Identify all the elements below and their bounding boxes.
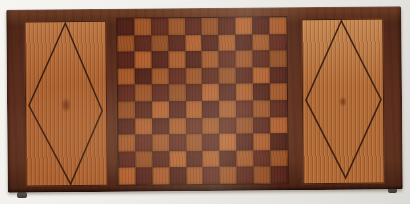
board-square[interactable] [118, 118, 135, 135]
board-square[interactable] [219, 84, 236, 101]
board-square[interactable] [203, 151, 220, 168]
board-square[interactable] [254, 150, 271, 167]
board-square[interactable] [135, 118, 152, 135]
board-square[interactable] [236, 117, 253, 134]
board-square[interactable] [202, 34, 219, 51]
board-square[interactable] [236, 18, 253, 35]
board-square[interactable] [253, 117, 270, 134]
games-board [6, 6, 403, 192]
board-square[interactable] [219, 18, 236, 35]
board-square[interactable] [270, 117, 287, 134]
board-square[interactable] [168, 68, 185, 85]
board-square[interactable] [236, 51, 253, 68]
board-square[interactable] [220, 167, 237, 184]
board-square[interactable] [185, 51, 202, 68]
board-square[interactable] [236, 101, 253, 118]
board-square[interactable] [118, 85, 135, 102]
board-square[interactable] [135, 68, 152, 85]
board-square[interactable] [271, 150, 288, 167]
board-square[interactable] [237, 167, 254, 184]
board-square[interactable] [185, 84, 202, 101]
board-square[interactable] [135, 168, 152, 185]
board-square[interactable] [219, 68, 236, 85]
board-square[interactable] [186, 101, 203, 118]
board-square[interactable] [253, 67, 270, 84]
board-square[interactable] [152, 101, 169, 118]
board-square[interactable] [253, 84, 270, 101]
board-square[interactable] [169, 85, 186, 102]
board-square[interactable] [185, 68, 202, 85]
board-square[interactable] [202, 18, 219, 35]
board-foot-left [17, 192, 27, 198]
board-square[interactable] [270, 34, 287, 51]
board-square[interactable] [185, 35, 202, 52]
right-lozenge-panel [301, 18, 384, 184]
checkerboard [116, 16, 288, 185]
board-square[interactable] [270, 50, 287, 67]
board-square[interactable] [270, 133, 287, 150]
board-square[interactable] [253, 51, 270, 68]
board-square[interactable] [169, 134, 186, 151]
board-square[interactable] [253, 134, 270, 151]
board-square[interactable] [237, 134, 254, 151]
board-square[interactable] [219, 34, 236, 51]
left-lozenge-panel [24, 21, 107, 187]
board-square[interactable] [270, 100, 287, 117]
board-square[interactable] [117, 35, 134, 52]
board-square[interactable] [152, 168, 169, 185]
board-square[interactable] [203, 134, 220, 151]
board-square[interactable] [203, 117, 220, 134]
board-square[interactable] [134, 18, 151, 35]
board-square[interactable] [118, 68, 135, 85]
photo-background [0, 0, 410, 204]
board-square[interactable] [202, 68, 219, 85]
board-square[interactable] [134, 35, 151, 52]
board-square[interactable] [152, 151, 169, 168]
board-square[interactable] [151, 18, 168, 35]
board-square[interactable] [220, 134, 237, 151]
board-square[interactable] [202, 101, 219, 118]
board-square[interactable] [117, 19, 134, 36]
board-square[interactable] [252, 17, 269, 34]
board-square[interactable] [168, 35, 185, 52]
board-square[interactable] [236, 34, 253, 51]
board-square[interactable] [152, 68, 169, 85]
board-square[interactable] [270, 67, 287, 84]
board-square[interactable] [168, 18, 185, 35]
board-square[interactable] [185, 18, 202, 35]
board-square[interactable] [186, 118, 203, 135]
board-square[interactable] [236, 84, 253, 101]
board-square[interactable] [152, 85, 169, 102]
board-square[interactable] [152, 134, 169, 151]
board-square[interactable] [118, 151, 135, 168]
board-square[interactable] [237, 150, 254, 167]
board-square[interactable] [220, 117, 237, 134]
board-square[interactable] [119, 168, 136, 185]
board-square[interactable] [202, 84, 219, 101]
board-square[interactable] [169, 118, 186, 135]
board-square[interactable] [169, 101, 186, 118]
board-square[interactable] [270, 84, 287, 101]
board-square[interactable] [135, 135, 152, 152]
board-square[interactable] [134, 52, 151, 69]
board-square[interactable] [135, 151, 152, 168]
board-square[interactable] [186, 151, 203, 168]
board-square[interactable] [203, 167, 220, 184]
board-square[interactable] [151, 35, 168, 52]
board-square[interactable] [220, 151, 237, 168]
board-square[interactable] [118, 52, 135, 69]
board-square[interactable] [135, 85, 152, 102]
board-square[interactable] [186, 134, 203, 151]
board-square[interactable] [271, 167, 288, 184]
board-square[interactable] [202, 51, 219, 68]
board-square[interactable] [118, 102, 135, 119]
board-square[interactable] [253, 100, 270, 117]
board-square[interactable] [236, 67, 253, 84]
board-square[interactable] [254, 167, 271, 184]
board-square[interactable] [151, 52, 168, 69]
board-square[interactable] [118, 135, 135, 152]
board-square[interactable] [135, 101, 152, 118]
wood-knot-icon [59, 95, 73, 115]
board-square[interactable] [219, 51, 236, 68]
wood-knot-icon [338, 94, 348, 108]
board-square[interactable] [168, 51, 185, 68]
board-square[interactable] [186, 167, 203, 184]
board-square[interactable] [152, 118, 169, 135]
board-square[interactable] [169, 151, 186, 168]
board-square[interactable] [253, 34, 270, 51]
board-square[interactable] [269, 17, 286, 34]
board-square[interactable] [169, 168, 186, 185]
board-square[interactable] [219, 101, 236, 118]
